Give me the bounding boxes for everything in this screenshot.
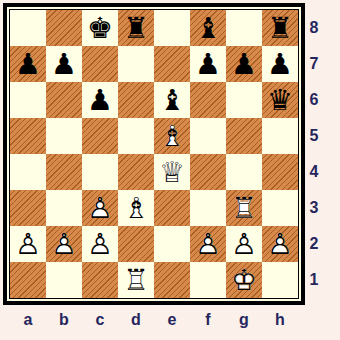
- square-b4[interactable]: [46, 154, 82, 190]
- square-e2[interactable]: [154, 226, 190, 262]
- square-h8[interactable]: ♜: [262, 10, 298, 46]
- piece-white-rook-g3[interactable]: ♜♖: [226, 190, 262, 226]
- piece-white-pawn-h2[interactable]: ♟♙: [262, 226, 298, 262]
- square-c7[interactable]: [82, 46, 118, 82]
- square-e3[interactable]: [154, 190, 190, 226]
- square-f1[interactable]: [190, 262, 226, 298]
- square-h7[interactable]: ♟: [262, 46, 298, 82]
- rank-label-3: 3: [303, 190, 325, 226]
- square-g7[interactable]: ♟: [226, 46, 262, 82]
- rank-label-5: 5: [303, 118, 325, 154]
- square-d5[interactable]: [118, 118, 154, 154]
- square-h2[interactable]: ♟♙: [262, 226, 298, 262]
- square-b7[interactable]: ♟: [46, 46, 82, 82]
- piece-white-pawn-c2[interactable]: ♟♙: [82, 226, 118, 262]
- square-f5[interactable]: [190, 118, 226, 154]
- piece-black-queen-h6[interactable]: ♛: [262, 82, 298, 118]
- square-g3[interactable]: ♜♖: [226, 190, 262, 226]
- square-g2[interactable]: ♟♙: [226, 226, 262, 262]
- square-g5[interactable]: [226, 118, 262, 154]
- square-f2[interactable]: ♟♙: [190, 226, 226, 262]
- square-a3[interactable]: [10, 190, 46, 226]
- piece-white-rook-d1[interactable]: ♜♖: [118, 262, 154, 298]
- square-a2[interactable]: ♟♙: [10, 226, 46, 262]
- square-d8[interactable]: ♜: [118, 10, 154, 46]
- square-e1[interactable]: [154, 262, 190, 298]
- square-d7[interactable]: [118, 46, 154, 82]
- square-f6[interactable]: [190, 82, 226, 118]
- square-e4[interactable]: ♛♕: [154, 154, 190, 190]
- square-c2[interactable]: ♟♙: [82, 226, 118, 262]
- file-label-a: a: [10, 304, 46, 336]
- file-label-d: d: [118, 304, 154, 336]
- piece-black-rook-h8[interactable]: ♜: [262, 10, 298, 46]
- piece-white-pawn-c3[interactable]: ♟♙: [82, 190, 118, 226]
- piece-black-rook-d8[interactable]: ♜: [118, 10, 154, 46]
- square-h6[interactable]: ♛: [262, 82, 298, 118]
- rank-labels: 87654321: [303, 10, 325, 298]
- piece-black-pawn-a7[interactable]: ♟: [10, 46, 46, 82]
- square-g4[interactable]: [226, 154, 262, 190]
- square-c8[interactable]: ♚: [82, 10, 118, 46]
- file-label-g: g: [226, 304, 262, 336]
- square-e5[interactable]: ♝♗: [154, 118, 190, 154]
- square-c1[interactable]: [82, 262, 118, 298]
- piece-white-pawn-g2[interactable]: ♟♙: [226, 226, 262, 262]
- board-grid: ♚♜♝♜♟♟♟♟♟♟♝♛♝♗♛♕♟♙♝♗♜♖♟♙♟♙♟♙♟♙♟♙♟♙♜♖♚♔: [10, 10, 298, 298]
- square-h5[interactable]: [262, 118, 298, 154]
- square-a7[interactable]: ♟: [10, 46, 46, 82]
- file-labels: abcdefgh: [10, 304, 298, 336]
- file-label-b: b: [46, 304, 82, 336]
- square-d2[interactable]: [118, 226, 154, 262]
- piece-white-pawn-f2[interactable]: ♟♙: [190, 226, 226, 262]
- square-c4[interactable]: [82, 154, 118, 190]
- rank-label-2: 2: [303, 226, 325, 262]
- piece-black-pawn-f7[interactable]: ♟: [190, 46, 226, 82]
- square-d6[interactable]: [118, 82, 154, 118]
- file-label-h: h: [262, 304, 298, 336]
- square-e6[interactable]: ♝: [154, 82, 190, 118]
- square-a1[interactable]: [10, 262, 46, 298]
- piece-black-bishop-f8[interactable]: ♝: [190, 10, 226, 46]
- board-inner-border: ♚♜♝♜♟♟♟♟♟♟♝♛♝♗♛♕♟♙♝♗♜♖♟♙♟♙♟♙♟♙♟♙♟♙♜♖♚♔: [9, 9, 299, 299]
- rank-label-7: 7: [303, 46, 325, 82]
- rank-label-1: 1: [303, 262, 325, 298]
- square-a6[interactable]: [10, 82, 46, 118]
- piece-black-pawn-g7[interactable]: ♟: [226, 46, 262, 82]
- piece-black-pawn-h7[interactable]: ♟: [262, 46, 298, 82]
- file-label-e: e: [154, 304, 190, 336]
- piece-black-pawn-c6[interactable]: ♟: [82, 82, 118, 118]
- square-c3[interactable]: ♟♙: [82, 190, 118, 226]
- square-d1[interactable]: ♜♖: [118, 262, 154, 298]
- file-label-c: c: [82, 304, 118, 336]
- piece-black-bishop-e6[interactable]: ♝: [154, 82, 190, 118]
- square-g8[interactable]: [226, 10, 262, 46]
- square-f3[interactable]: [190, 190, 226, 226]
- square-d3[interactable]: ♝♗: [118, 190, 154, 226]
- piece-white-pawn-a2[interactable]: ♟♙: [10, 226, 46, 262]
- square-h1[interactable]: [262, 262, 298, 298]
- piece-white-king-g1[interactable]: ♚♔: [226, 262, 262, 298]
- square-a5[interactable]: [10, 118, 46, 154]
- square-b6[interactable]: [46, 82, 82, 118]
- square-b3[interactable]: [46, 190, 82, 226]
- piece-white-queen-e4[interactable]: ♛♕: [154, 154, 190, 190]
- piece-black-king-c8[interactable]: ♚: [82, 10, 118, 46]
- square-d4[interactable]: [118, 154, 154, 190]
- square-g6[interactable]: [226, 82, 262, 118]
- square-c5[interactable]: [82, 118, 118, 154]
- square-c6[interactable]: ♟: [82, 82, 118, 118]
- rank-label-8: 8: [303, 10, 325, 46]
- piece-white-bishop-d3[interactable]: ♝♗: [118, 190, 154, 226]
- rank-label-6: 6: [303, 82, 325, 118]
- piece-white-bishop-e5[interactable]: ♝♗: [154, 118, 190, 154]
- square-g1[interactable]: ♚♔: [226, 262, 262, 298]
- square-f7[interactable]: ♟: [190, 46, 226, 82]
- square-e8[interactable]: [154, 10, 190, 46]
- square-a8[interactable]: [10, 10, 46, 46]
- chess-board: ♚♜♝♜♟♟♟♟♟♟♝♛♝♗♛♕♟♙♝♗♜♖♟♙♟♙♟♙♟♙♟♙♟♙♜♖♚♔: [3, 3, 305, 305]
- square-e7[interactable]: [154, 46, 190, 82]
- square-f8[interactable]: ♝: [190, 10, 226, 46]
- square-h3[interactable]: [262, 190, 298, 226]
- square-b2[interactable]: ♟♙: [46, 226, 82, 262]
- rank-label-4: 4: [303, 154, 325, 190]
- square-h4[interactable]: [262, 154, 298, 190]
- square-b1[interactable]: [46, 262, 82, 298]
- square-b8[interactable]: [46, 10, 82, 46]
- square-a4[interactable]: [10, 154, 46, 190]
- file-label-f: f: [190, 304, 226, 336]
- piece-black-pawn-b7[interactable]: ♟: [46, 46, 82, 82]
- square-f4[interactable]: [190, 154, 226, 190]
- square-b5[interactable]: [46, 118, 82, 154]
- piece-white-pawn-b2[interactable]: ♟♙: [46, 226, 82, 262]
